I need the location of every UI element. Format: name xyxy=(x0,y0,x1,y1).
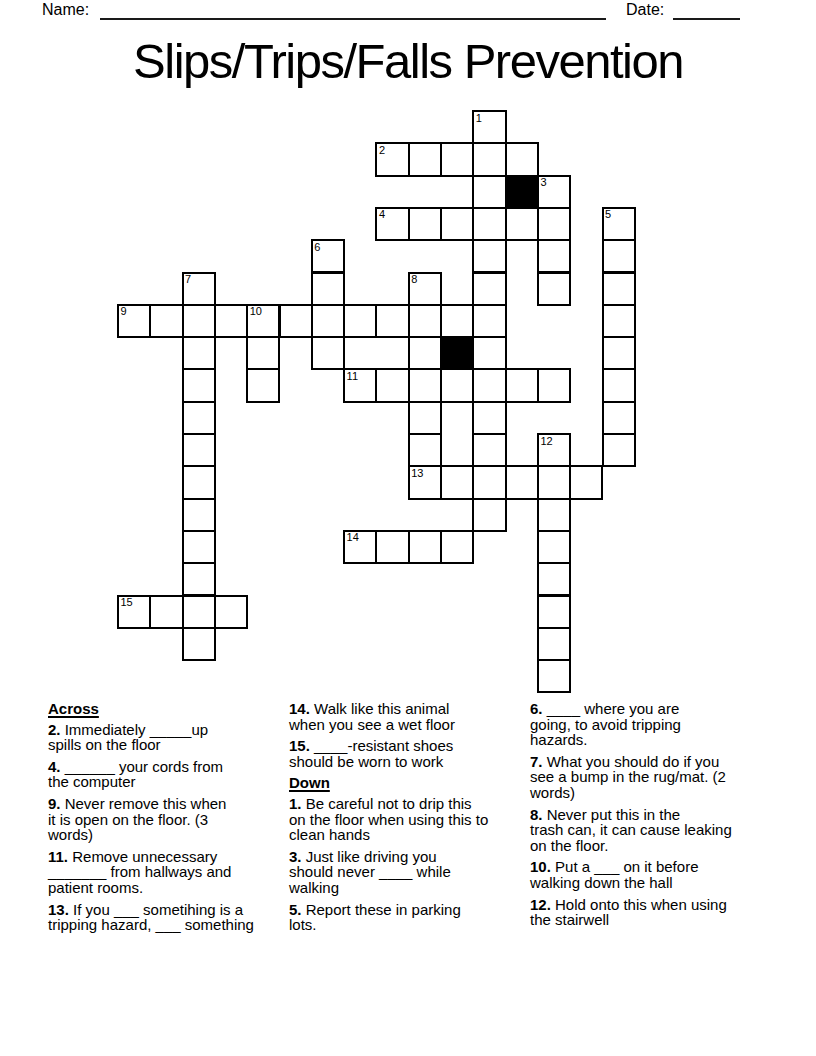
clue-text: Walk like this animal when you see a wet… xyxy=(289,700,455,733)
grid-cell[interactable] xyxy=(537,530,571,564)
clue-number: 2. xyxy=(48,721,65,738)
cell-number: 8 xyxy=(411,274,417,285)
clue-text: ____-resistant shoes should be worn to w… xyxy=(289,737,453,770)
grid-cell[interactable] xyxy=(408,433,442,467)
cell-number: 15 xyxy=(121,597,133,608)
grid-cell[interactable] xyxy=(602,401,636,435)
grid-cell[interactable] xyxy=(505,368,539,402)
clue-number: 1. xyxy=(289,795,306,812)
name-label: Name: xyxy=(42,1,89,19)
grid-cell[interactable] xyxy=(537,272,571,306)
clue-number: 13. xyxy=(48,901,73,918)
clue-text: ____ where you are going, to avoid tripp… xyxy=(530,700,681,748)
clue-text: Remove unnecessary _______ from hallways… xyxy=(48,848,231,896)
grid-cell[interactable] xyxy=(472,368,506,402)
grid-cell[interactable] xyxy=(182,627,216,661)
grid-cell[interactable] xyxy=(408,530,442,564)
grid-cell[interactable] xyxy=(472,175,506,209)
across-heading: Across xyxy=(48,701,288,717)
grid-cell[interactable] xyxy=(246,336,280,370)
clue-12: 12. Hold onto this when using the stairw… xyxy=(530,897,772,928)
clue-text: Immediately _____up spills on the floor xyxy=(48,721,208,754)
cell-number: 5 xyxy=(605,209,611,220)
grid-cell[interactable] xyxy=(440,142,474,176)
clue-8: 8. Never put this in the trash can, it c… xyxy=(530,807,772,854)
grid-cell[interactable] xyxy=(472,142,506,176)
clue-13: 13. If you ___ sometihing is a tripping … xyxy=(48,902,288,933)
grid-cell[interactable] xyxy=(440,465,474,499)
date-label: Date: xyxy=(626,1,664,19)
grid-cell[interactable] xyxy=(472,498,506,532)
cell-number: 3 xyxy=(540,177,546,188)
grid-cell[interactable] xyxy=(472,433,506,467)
grid-cell[interactable] xyxy=(182,562,216,596)
clue-6: 6. ____ where you are going, to avoid tr… xyxy=(530,701,772,748)
grid-cell[interactable] xyxy=(311,304,345,338)
cell-number: 1 xyxy=(476,113,482,124)
grid-cell[interactable] xyxy=(343,304,377,338)
clue-number: 8. xyxy=(530,806,547,823)
clue-text: Hold onto this when using the stairwell xyxy=(530,896,727,929)
cell-number: 11 xyxy=(347,371,358,382)
grid-cell[interactable] xyxy=(182,433,216,467)
grid-cell[interactable] xyxy=(182,336,216,370)
grid-cell[interactable] xyxy=(182,530,216,564)
grid-cell[interactable] xyxy=(472,304,506,338)
black-cell xyxy=(440,336,474,370)
grid-cell[interactable] xyxy=(537,562,571,596)
grid-cell[interactable] xyxy=(408,401,442,435)
clue-text: Be careful not to drip this on the floor… xyxy=(289,795,488,843)
clue-2: 2. Immediately _____up spills on the flo… xyxy=(48,722,288,753)
clue-11: 11. Remove unnecessary _______ from hall… xyxy=(48,849,288,896)
clue-9: 9. Never remove this when it is open on … xyxy=(48,796,288,843)
grid-cell[interactable] xyxy=(472,465,506,499)
grid-cell[interactable] xyxy=(472,239,506,273)
grid-cell[interactable] xyxy=(602,272,636,306)
clue-number: 11. xyxy=(48,848,72,865)
grid-cell[interactable] xyxy=(440,207,474,241)
grid-cell[interactable] xyxy=(602,304,636,338)
grid-cell[interactable] xyxy=(537,659,571,693)
clue-text: Never remove this when it is open on the… xyxy=(48,795,226,843)
clue-number: 14. xyxy=(289,700,314,717)
clue-4: 4. ______ your cords from the computer xyxy=(48,759,288,790)
clue-text: If you ___ sometihing is a tripping haza… xyxy=(48,901,254,934)
grid-cell[interactable] xyxy=(440,530,474,564)
grid-cell[interactable] xyxy=(537,595,571,629)
clue-text: Never put this in the trash can, it can … xyxy=(530,806,732,854)
clue-column-middle: 14. Walk like this animal when you see a… xyxy=(289,701,532,939)
grid-cell[interactable] xyxy=(375,368,409,402)
grid-cell[interactable] xyxy=(182,304,216,338)
grid-cell[interactable] xyxy=(537,627,571,661)
grid-cell[interactable] xyxy=(408,304,442,338)
grid-cell[interactable] xyxy=(214,304,248,338)
clue-column-left: Across2. Immediately _____up spills on t… xyxy=(48,701,288,939)
grid-cell[interactable] xyxy=(602,433,636,467)
grid-cell[interactable] xyxy=(537,498,571,532)
grid-cell[interactable] xyxy=(472,207,506,241)
clue-3: 3. Just like driving you should never __… xyxy=(289,849,532,896)
cell-number: 12 xyxy=(540,436,552,447)
clue-number: 5. xyxy=(289,901,306,918)
grid-cell[interactable] xyxy=(279,304,313,338)
clue-15: 15. ____-resistant shoes should be worn … xyxy=(289,738,532,769)
grid-cell[interactable] xyxy=(311,272,345,306)
grid-cell[interactable] xyxy=(569,465,603,499)
grid-cell[interactable] xyxy=(472,272,506,306)
grid-cell[interactable] xyxy=(505,142,539,176)
grid-cell[interactable] xyxy=(537,239,571,273)
clue-1: 1. Be careful not to drip this on the fl… xyxy=(289,796,532,843)
grid-cell[interactable] xyxy=(602,336,636,370)
black-cell xyxy=(505,175,539,209)
cell-number: 10 xyxy=(250,306,262,317)
grid-cell[interactable] xyxy=(440,368,474,402)
grid-cell[interactable] xyxy=(537,368,571,402)
cell-number: 9 xyxy=(121,306,127,317)
clue-number: 12. xyxy=(530,896,555,913)
cell-number: 4 xyxy=(379,209,385,220)
crossword-grid: 123456789101112131415 xyxy=(117,110,639,696)
grid-cell[interactable] xyxy=(472,401,506,435)
grid-cell[interactable] xyxy=(246,368,280,402)
clue-text: What you should do if you see a bump in … xyxy=(530,753,726,801)
page-title: Slips/Trips/Falls Prevention xyxy=(0,35,816,89)
clue-number: 15. xyxy=(289,737,314,754)
clue-text: Report these in parking lots. xyxy=(289,901,461,934)
clue-number: 10. xyxy=(530,858,555,875)
clue-number: 7. xyxy=(530,753,547,770)
grid-cell[interactable] xyxy=(440,304,474,338)
grid-cell[interactable] xyxy=(472,336,506,370)
clue-text: Put a ___ on it before walking down the … xyxy=(530,858,698,891)
clue-10: 10. Put a ___ on it before walking down … xyxy=(530,859,772,890)
clue-number: 9. xyxy=(48,795,65,812)
down-heading: Down xyxy=(289,775,532,791)
grid-cell[interactable] xyxy=(537,465,571,499)
grid-cell[interactable] xyxy=(214,595,248,629)
grid-cell[interactable] xyxy=(182,595,216,629)
grid-cell[interactable] xyxy=(505,207,539,241)
grid-cell[interactable] xyxy=(311,336,345,370)
name-line[interactable] xyxy=(100,18,606,20)
cell-number: 13 xyxy=(411,468,423,479)
grid-cell[interactable] xyxy=(602,239,636,273)
grid-cell[interactable] xyxy=(182,368,216,402)
grid-cell[interactable] xyxy=(408,336,442,370)
grid-cell[interactable] xyxy=(408,368,442,402)
clue-text: ______ your cords from the computer xyxy=(48,758,223,791)
grid-cell[interactable] xyxy=(375,304,409,338)
clue-number: 4. xyxy=(48,758,65,775)
cell-number: 6 xyxy=(314,242,320,253)
clue-number: 3. xyxy=(289,848,306,865)
grid-cell[interactable] xyxy=(149,304,183,338)
grid-cell[interactable] xyxy=(537,207,571,241)
clue-column-right: 6. ____ where you are going, to avoid tr… xyxy=(530,701,772,934)
date-line[interactable] xyxy=(673,18,740,20)
clue-14: 14. Walk like this animal when you see a… xyxy=(289,701,532,732)
grid-cell[interactable] xyxy=(149,595,183,629)
cell-number: 2 xyxy=(379,145,385,156)
cell-number: 14 xyxy=(347,532,359,543)
grid-cell[interactable] xyxy=(182,465,216,499)
clue-text: Just like driving you should never ____ … xyxy=(289,848,451,896)
clue-number: 6. xyxy=(530,700,547,717)
grid-cell[interactable] xyxy=(602,368,636,402)
grid-cell[interactable] xyxy=(408,207,442,241)
clue-7: 7. What you should do if you see a bump … xyxy=(530,754,772,801)
grid-cell[interactable] xyxy=(505,465,539,499)
grid-cell[interactable] xyxy=(408,142,442,176)
cell-number: 7 xyxy=(185,274,191,285)
grid-cell[interactable] xyxy=(182,401,216,435)
grid-cell[interactable] xyxy=(182,498,216,532)
clue-5: 5. Report these in parking lots. xyxy=(289,902,532,933)
grid-cell[interactable] xyxy=(375,530,409,564)
